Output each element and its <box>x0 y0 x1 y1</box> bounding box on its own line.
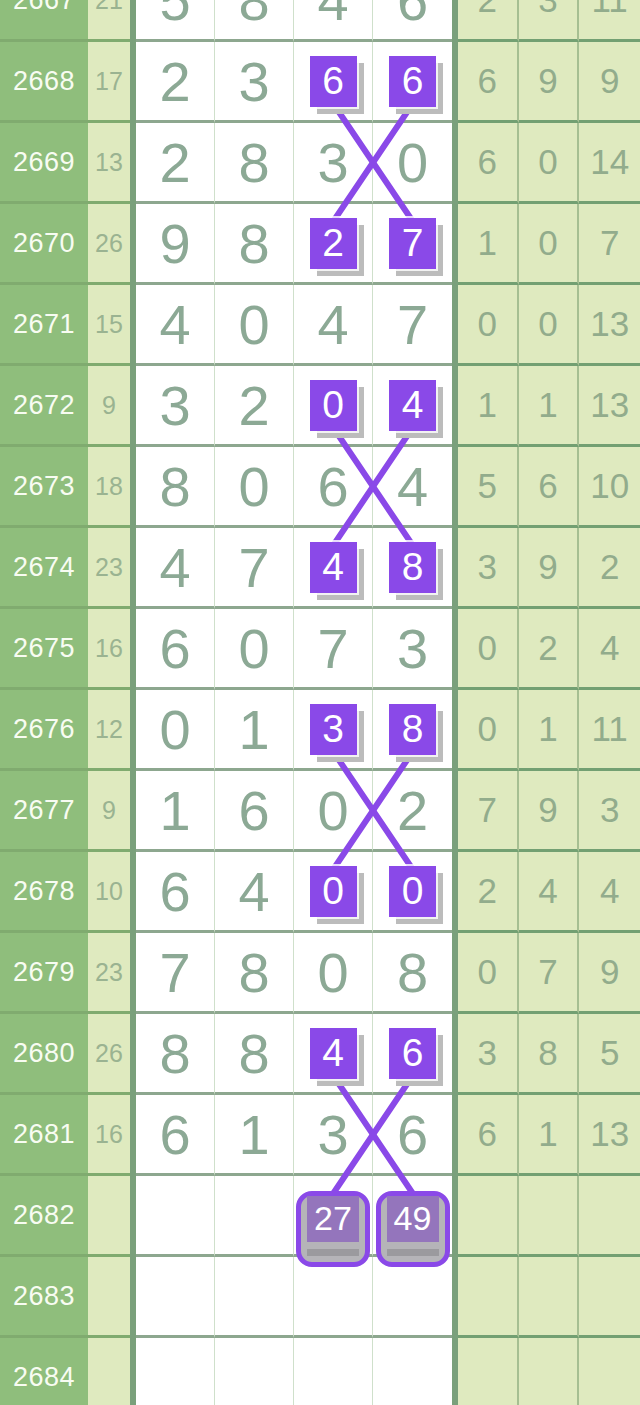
digit-cell: 8 <box>373 690 452 771</box>
digit: 8 <box>397 940 428 1005</box>
digit-cell: 0 <box>294 366 373 447</box>
stat-value: 0 <box>478 709 497 749</box>
digit: 1 <box>238 1102 269 1167</box>
digit-cell: 0 <box>294 852 373 933</box>
digit: 2 <box>159 130 190 195</box>
digit: 2 <box>159 49 190 114</box>
stat-value: 13 <box>590 385 629 425</box>
stat-cell <box>579 1338 640 1405</box>
stat-cell: 9 <box>579 933 640 1014</box>
digit: 4 <box>397 454 428 519</box>
stat-cell: 9 <box>519 42 580 123</box>
digit-cell: 6 <box>373 1095 452 1176</box>
stat-value: 9 <box>538 61 557 101</box>
highlighted-digit: 6 <box>402 59 424 103</box>
stat-value: 13 <box>590 304 629 344</box>
digit: 8 <box>238 0 269 33</box>
digit-cell: 0 <box>373 852 452 933</box>
highlighted-digit: 0 <box>322 869 344 913</box>
stat-cell: 3 <box>579 771 640 852</box>
highlighted-digit: 0 <box>322 383 344 427</box>
highlighted-digit-tile: 4 <box>310 1028 357 1079</box>
digit: 0 <box>397 130 428 195</box>
stat-value: 9 <box>600 952 619 992</box>
digit-cell <box>373 1257 452 1338</box>
digit-cell <box>294 1338 373 1405</box>
prediction-number: 27 <box>307 1196 359 1242</box>
digit: 9 <box>159 211 190 276</box>
stat-cell: 0 <box>519 204 580 285</box>
digit-cell: 4 <box>294 285 373 366</box>
digit: 3 <box>159 373 190 438</box>
digit-cell: 4 <box>373 366 452 447</box>
digit-cell: 8 <box>215 933 294 1014</box>
stat-cell: 0 <box>458 690 519 771</box>
digit: 8 <box>238 940 269 1005</box>
stat-value: 7 <box>600 223 619 263</box>
sum-label: 23 <box>95 553 123 582</box>
stat-value: 0 <box>478 304 497 344</box>
sum-cell: 26 <box>88 1014 130 1095</box>
digit: 0 <box>238 454 269 519</box>
highlighted-digit-tile: 4 <box>389 380 436 431</box>
period-label: 2684 <box>13 1362 75 1393</box>
period-label: 2668 <box>13 66 75 97</box>
digit-cell: 4 <box>136 528 215 609</box>
stat-cell <box>579 1176 640 1257</box>
digit-cell: 5 <box>136 0 215 42</box>
digit: 3 <box>238 49 269 114</box>
stat-cell <box>519 1338 580 1405</box>
digit-cell <box>215 1257 294 1338</box>
stat-value: 6 <box>478 142 497 182</box>
digit-cell: 3 <box>294 690 373 771</box>
digit: 8 <box>238 211 269 276</box>
stat-cell: 8 <box>519 1014 580 1095</box>
period-cell: 2669 <box>0 123 88 204</box>
highlighted-digit: 8 <box>402 545 424 589</box>
period-label: 2670 <box>13 228 75 259</box>
digit: 7 <box>397 292 428 357</box>
sum-cell <box>88 1338 130 1405</box>
stat-cell: 13 <box>579 366 640 447</box>
digit-cell: 27 <box>294 1176 373 1257</box>
sum-cell: 21 <box>88 0 130 42</box>
stat-value: 3 <box>478 1033 497 1073</box>
stat-cell: 5 <box>458 447 519 528</box>
digit-cell: 3 <box>373 609 452 690</box>
stat-cell: 9 <box>519 528 580 609</box>
sum-label: 13 <box>95 148 123 177</box>
digit: 0 <box>317 778 348 843</box>
sum-cell: 10 <box>88 852 130 933</box>
digit: 3 <box>397 616 428 681</box>
digit-cell: 1 <box>215 1095 294 1176</box>
digit-cell: 7 <box>215 528 294 609</box>
digit: 7 <box>317 616 348 681</box>
stat-cell: 7 <box>458 771 519 852</box>
digit-cell <box>373 1338 452 1405</box>
stat-cell: 10 <box>579 447 640 528</box>
highlighted-digit: 2 <box>322 221 344 265</box>
stat-cell: 3 <box>519 0 580 42</box>
stat-value: 0 <box>538 223 557 263</box>
stat-cell: 0 <box>519 285 580 366</box>
digit-cell: 2 <box>215 366 294 447</box>
digit-cell: 0 <box>215 609 294 690</box>
highlighted-digit: 7 <box>402 221 424 265</box>
digit: 0 <box>238 292 269 357</box>
stat-value: 3 <box>478 547 497 587</box>
sum-cell: 12 <box>88 690 130 771</box>
sum-cell: 17 <box>88 42 130 123</box>
digit-cell: 3 <box>136 366 215 447</box>
stat-cell: 7 <box>519 933 580 1014</box>
highlighted-digit-tile: 3 <box>310 704 357 755</box>
digit: 4 <box>238 859 269 924</box>
period-cell: 2680 <box>0 1014 88 1095</box>
period-label: 2678 <box>13 876 75 907</box>
period-label: 2671 <box>13 309 75 340</box>
stat-value: 2 <box>538 628 557 668</box>
stat-cell <box>519 1176 580 1257</box>
digit-cell: 2 <box>373 771 452 852</box>
digit-cell: 2 <box>136 123 215 204</box>
digit-cell <box>136 1176 215 1257</box>
digit-cell: 6 <box>294 42 373 123</box>
highlighted-digit-tile: 6 <box>389 1028 436 1079</box>
digit-cell: 6 <box>373 0 452 42</box>
highlighted-digit: 8 <box>402 707 424 751</box>
stat-value: 11 <box>591 0 627 20</box>
stat-value: 1 <box>478 223 497 263</box>
highlighted-digit: 4 <box>322 1031 344 1075</box>
stat-value: 13 <box>590 1114 629 1154</box>
button-shadow-bar <box>387 1249 439 1256</box>
digit-cell: 4 <box>136 285 215 366</box>
digit: 2 <box>238 373 269 438</box>
highlighted-digit-tile: 4 <box>310 542 357 593</box>
period-cell: 2673 <box>0 447 88 528</box>
sum-label: 26 <box>95 229 123 258</box>
stat-cell: 1 <box>519 366 580 447</box>
digit-cell <box>215 1338 294 1405</box>
period-label: 2681 <box>13 1119 75 1150</box>
digit-cell <box>215 1176 294 1257</box>
digit-cell: 8 <box>215 123 294 204</box>
digit-cell: 6 <box>373 42 452 123</box>
digit-cell: 0 <box>373 123 452 204</box>
stat-cell: 13 <box>579 285 640 366</box>
digit-cell: 6 <box>215 771 294 852</box>
digit-cell: 6 <box>294 447 373 528</box>
stat-cell: 0 <box>458 609 519 690</box>
highlighted-digit-tile: 8 <box>389 542 436 593</box>
stat-cell: 2 <box>579 528 640 609</box>
stat-value: 7 <box>538 952 557 992</box>
period-label: 2669 <box>13 147 75 178</box>
period-cell: 2678 <box>0 852 88 933</box>
stat-value: 4 <box>538 871 557 911</box>
period-label: 2683 <box>13 1281 75 1312</box>
digit: 1 <box>238 697 269 762</box>
digit-cell <box>136 1338 215 1405</box>
digit: 6 <box>159 616 190 681</box>
sum-cell: 16 <box>88 1095 130 1176</box>
digit-cell: 6 <box>136 1095 215 1176</box>
highlighted-digit-tile: 0 <box>389 866 436 917</box>
digit-cell: 4 <box>294 528 373 609</box>
highlighted-digit-tile: 0 <box>310 380 357 431</box>
stat-value: 1 <box>478 385 497 425</box>
period-label: 2674 <box>13 552 75 583</box>
stat-value: 2 <box>600 547 619 587</box>
digit: 8 <box>159 1021 190 1086</box>
period-label: 2676 <box>13 714 75 745</box>
digit-cell: 8 <box>373 933 452 1014</box>
period-cell: 2677 <box>0 771 88 852</box>
highlighted-digit: 4 <box>402 383 424 427</box>
lottery-trend-chart: 2667215846231126681723666992669132830601… <box>0 0 640 1405</box>
stat-cell: 2 <box>458 852 519 933</box>
stat-cell: 1 <box>458 204 519 285</box>
highlighted-digit: 6 <box>402 1031 424 1075</box>
digit-cell <box>294 1257 373 1338</box>
digit-cell: 3 <box>294 1095 373 1176</box>
highlighted-digit: 4 <box>322 545 344 589</box>
period-cell: 2674 <box>0 528 88 609</box>
digit-cell: 7 <box>294 609 373 690</box>
stat-value: 9 <box>538 790 557 830</box>
stat-cell: 7 <box>579 204 640 285</box>
stat-value: 6 <box>538 466 557 506</box>
digit-cell: 0 <box>215 447 294 528</box>
highlighted-digit-tile: 8 <box>389 704 436 755</box>
stat-cell: 3 <box>458 1014 519 1095</box>
digit: 6 <box>159 859 190 924</box>
stat-value: 0 <box>478 628 497 668</box>
stat-cell <box>458 1338 519 1405</box>
period-label: 2672 <box>13 390 75 421</box>
digit-cell: 0 <box>215 285 294 366</box>
highlighted-digit: 3 <box>322 707 344 751</box>
digit-cell: 0 <box>294 933 373 1014</box>
stat-cell: 0 <box>458 933 519 1014</box>
period-label: 2673 <box>13 471 75 502</box>
stat-cell: 2 <box>458 0 519 42</box>
digit-cell: 4 <box>294 0 373 42</box>
stat-cell: 6 <box>458 123 519 204</box>
digit: 6 <box>317 454 348 519</box>
sum-label: 9 <box>102 391 116 420</box>
digit-cell: 49 <box>373 1176 452 1257</box>
stat-cell: 13 <box>579 1095 640 1176</box>
stat-value: 5 <box>600 1033 619 1073</box>
period-label: 2675 <box>13 633 75 664</box>
stat-cell: 6 <box>519 447 580 528</box>
stat-value: 1 <box>538 385 557 425</box>
digit: 0 <box>238 616 269 681</box>
sum-label: 18 <box>95 472 123 501</box>
prediction-button-49[interactable]: 49 <box>376 1191 450 1267</box>
digit-cell: 6 <box>373 1014 452 1095</box>
digit: 0 <box>317 940 348 1005</box>
stat-value: 6 <box>478 61 497 101</box>
highlighted-digit-tile: 0 <box>310 866 357 917</box>
digit: 6 <box>159 1102 190 1167</box>
digit-cell: 1 <box>215 690 294 771</box>
digit-cell: 4 <box>294 1014 373 1095</box>
digit-cell: 3 <box>215 42 294 123</box>
sum-cell <box>88 1176 130 1257</box>
stat-value: 4 <box>600 871 619 911</box>
period-label: 2682 <box>13 1200 75 1231</box>
digit-cell: 7 <box>136 933 215 1014</box>
digit-cell: 1 <box>136 771 215 852</box>
stat-value: 1 <box>538 1114 557 1154</box>
sum-label: 15 <box>95 310 123 339</box>
highlighted-digit-tile: 6 <box>389 56 436 107</box>
digit: 4 <box>317 0 348 33</box>
digit: 6 <box>397 0 428 33</box>
digit-cell: 0 <box>136 690 215 771</box>
sum-cell <box>88 1257 130 1338</box>
stat-cell: 0 <box>458 285 519 366</box>
digit: 6 <box>238 778 269 843</box>
highlighted-digit: 6 <box>322 59 344 103</box>
stat-cell: 9 <box>579 42 640 123</box>
stat-cell: 11 <box>579 690 640 771</box>
digit: 8 <box>159 454 190 519</box>
sum-cell: 15 <box>88 285 130 366</box>
digit: 2 <box>397 778 428 843</box>
stat-cell: 1 <box>519 690 580 771</box>
digit: 6 <box>397 1102 428 1167</box>
prediction-button-27[interactable]: 27 <box>296 1191 370 1267</box>
stat-cell: 14 <box>579 123 640 204</box>
stat-cell: 9 <box>519 771 580 852</box>
digit-cell: 8 <box>215 0 294 42</box>
stat-value: 2 <box>478 871 497 911</box>
sum-cell: 23 <box>88 933 130 1014</box>
digit-cell: 7 <box>373 204 452 285</box>
digit: 7 <box>238 535 269 600</box>
stat-value: 0 <box>538 304 557 344</box>
period-label: 2667 <box>13 0 75 16</box>
sum-cell: 16 <box>88 609 130 690</box>
digit-cell: 8 <box>373 528 452 609</box>
digit: 4 <box>159 292 190 357</box>
stat-value: 1 <box>538 709 557 749</box>
period-cell: 2683 <box>0 1257 88 1338</box>
digit-cell: 8 <box>136 447 215 528</box>
digit-cell: 4 <box>373 447 452 528</box>
period-cell: 2667 <box>0 0 88 42</box>
sum-label: 23 <box>95 958 123 987</box>
sum-label: 9 <box>102 796 116 825</box>
stat-cell: 1 <box>519 1095 580 1176</box>
sum-label: 16 <box>95 634 123 663</box>
digit: 4 <box>159 535 190 600</box>
stat-cell <box>458 1176 519 1257</box>
sum-label: 17 <box>95 67 123 96</box>
sum-cell: 9 <box>88 366 130 447</box>
stat-cell: 4 <box>579 609 640 690</box>
period-cell: 2671 <box>0 285 88 366</box>
stat-value: 10 <box>590 466 629 506</box>
digit: 7 <box>159 940 190 1005</box>
stat-cell: 2 <box>519 609 580 690</box>
digit-cell: 0 <box>294 771 373 852</box>
digit: 0 <box>159 697 190 762</box>
stat-cell: 1 <box>458 366 519 447</box>
period-cell: 2670 <box>0 204 88 285</box>
stat-value: 4 <box>600 628 619 668</box>
chart-grid: 2667215846231126681723666992669132830601… <box>0 0 640 1405</box>
digit-cell: 6 <box>136 852 215 933</box>
highlighted-digit-tile: 6 <box>310 56 357 107</box>
digit: 8 <box>238 1021 269 1086</box>
period-cell: 2679 <box>0 933 88 1014</box>
digit-cell: 8 <box>215 204 294 285</box>
digit: 3 <box>317 1102 348 1167</box>
stat-cell: 4 <box>519 852 580 933</box>
period-cell: 2676 <box>0 690 88 771</box>
highlighted-digit-tile: 7 <box>389 218 436 269</box>
digit: 1 <box>159 778 190 843</box>
period-cell: 2668 <box>0 42 88 123</box>
digit-cell: 6 <box>136 609 215 690</box>
digit-cell <box>136 1257 215 1338</box>
digit: 5 <box>159 0 190 33</box>
sum-label: 16 <box>95 1120 123 1149</box>
period-cell: 2672 <box>0 366 88 447</box>
sum-cell: 23 <box>88 528 130 609</box>
sum-label: 12 <box>95 715 123 744</box>
stat-cell: 3 <box>458 528 519 609</box>
stat-value: 7 <box>478 790 497 830</box>
period-label: 2677 <box>13 795 75 826</box>
digit-cell: 2 <box>136 42 215 123</box>
highlighted-digit-tile: 2 <box>310 218 357 269</box>
sum-label: 21 <box>95 0 123 15</box>
sum-cell: 13 <box>88 123 130 204</box>
stat-cell <box>579 1257 640 1338</box>
sum-cell: 26 <box>88 204 130 285</box>
button-shadow-bar <box>307 1249 359 1256</box>
stat-value: 8 <box>538 1033 557 1073</box>
stat-value: 9 <box>600 61 619 101</box>
stat-cell: 4 <box>579 852 640 933</box>
stat-cell <box>458 1257 519 1338</box>
prediction-number: 49 <box>387 1196 439 1242</box>
stat-value: 14 <box>590 142 629 182</box>
stat-cell: 6 <box>458 42 519 123</box>
sum-cell: 18 <box>88 447 130 528</box>
period-label: 2680 <box>13 1038 75 1069</box>
stat-value: 0 <box>478 952 497 992</box>
highlighted-digit: 0 <box>402 869 424 913</box>
digit-cell: 3 <box>294 123 373 204</box>
stat-cell <box>519 1257 580 1338</box>
digit-cell: 8 <box>136 1014 215 1095</box>
stat-value: 2 <box>478 0 497 20</box>
digit-cell: 7 <box>373 285 452 366</box>
stat-value: 6 <box>478 1114 497 1154</box>
period-cell: 2681 <box>0 1095 88 1176</box>
stat-cell: 5 <box>579 1014 640 1095</box>
stat-value: 3 <box>600 790 619 830</box>
